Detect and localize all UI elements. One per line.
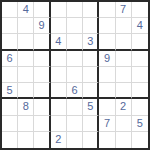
sudoku-cell-r5c9[interactable] xyxy=(132,67,148,83)
sudoku-cell-r7c1[interactable] xyxy=(2,99,18,115)
given-digit: 4 xyxy=(137,20,143,31)
sudoku-cell-r6c1[interactable]: 5 xyxy=(2,83,18,99)
sudoku-cell-r6c3[interactable] xyxy=(34,83,50,99)
sudoku-cell-r3c5[interactable] xyxy=(67,34,83,50)
sudoku-cell-r3c7[interactable] xyxy=(99,34,115,50)
sudoku-cell-r6c2[interactable] xyxy=(18,83,34,99)
sudoku-cell-r9c4[interactable]: 2 xyxy=(51,132,67,148)
sudoku-cell-r4c6[interactable] xyxy=(83,51,99,67)
sudoku-cell-r8c7[interactable]: 7 xyxy=(99,116,115,132)
sudoku-cell-r9c9[interactable] xyxy=(132,132,148,148)
sudoku-cell-r1c2[interactable]: 4 xyxy=(18,2,34,18)
sudoku-cell-r2c5[interactable] xyxy=(67,18,83,34)
given-digit: 7 xyxy=(104,118,110,129)
sudoku-cell-r5c3[interactable] xyxy=(34,67,50,83)
sudoku-cell-r5c8[interactable] xyxy=(116,67,132,83)
sudoku-cell-r5c5[interactable] xyxy=(67,67,83,83)
given-digit: 8 xyxy=(23,101,29,112)
sudoku-cell-r1c1[interactable] xyxy=(2,2,18,18)
sudoku-cell-r1c5[interactable] xyxy=(67,2,83,18)
sudoku-cell-r2c9[interactable]: 4 xyxy=(132,18,148,34)
sudoku-cell-r4c3[interactable] xyxy=(34,51,50,67)
sudoku-cell-r9c6[interactable] xyxy=(83,132,99,148)
given-digit: 5 xyxy=(137,118,143,129)
sudoku-cell-r7c7[interactable] xyxy=(99,99,115,115)
sudoku-cell-r9c5[interactable] xyxy=(67,132,83,148)
sudoku-cell-r6c4[interactable] xyxy=(51,83,67,99)
sudoku-cell-r3c1[interactable] xyxy=(2,34,18,50)
sudoku-cell-r1c3[interactable] xyxy=(34,2,50,18)
sudoku-cell-r7c2[interactable]: 8 xyxy=(18,99,34,115)
sudoku-cell-r3c4[interactable]: 4 xyxy=(51,34,67,50)
given-digit: 9 xyxy=(104,53,110,64)
sudoku-cell-r8c6[interactable] xyxy=(83,116,99,132)
sudoku-cell-r8c4[interactable] xyxy=(51,116,67,132)
given-digit: 3 xyxy=(87,36,93,47)
sudoku-cell-r5c4[interactable] xyxy=(51,67,67,83)
sudoku-cell-r4c9[interactable] xyxy=(132,51,148,67)
sudoku-board: 4794436956852752 xyxy=(0,0,150,150)
sudoku-cell-r5c2[interactable] xyxy=(18,67,34,83)
sudoku-cell-r8c8[interactable] xyxy=(116,116,132,132)
sudoku-cell-r8c9[interactable]: 5 xyxy=(132,116,148,132)
sudoku-cell-r1c4[interactable] xyxy=(51,2,67,18)
sudoku-cell-r9c3[interactable] xyxy=(34,132,50,148)
sudoku-cell-r3c3[interactable] xyxy=(34,34,50,50)
sudoku-cell-r7c5[interactable] xyxy=(67,99,83,115)
sudoku-cell-r9c7[interactable] xyxy=(99,132,115,148)
sudoku-cell-r8c5[interactable] xyxy=(67,116,83,132)
sudoku-cell-r6c6[interactable] xyxy=(83,83,99,99)
sudoku-cell-r6c5[interactable]: 6 xyxy=(67,83,83,99)
sudoku-cell-r9c1[interactable] xyxy=(2,132,18,148)
sudoku-cell-r1c7[interactable] xyxy=(99,2,115,18)
sudoku-cell-r2c4[interactable] xyxy=(51,18,67,34)
given-digit: 4 xyxy=(55,36,61,47)
sudoku-cell-r1c8[interactable]: 7 xyxy=(116,2,132,18)
sudoku-cell-r4c8[interactable] xyxy=(116,51,132,67)
sudoku-cell-r2c7[interactable] xyxy=(99,18,115,34)
sudoku-cell-r7c6[interactable]: 5 xyxy=(83,99,99,115)
sudoku-cell-r2c2[interactable] xyxy=(18,18,34,34)
sudoku-cell-r1c9[interactable] xyxy=(132,2,148,18)
sudoku-cell-r9c8[interactable] xyxy=(116,132,132,148)
sudoku-cell-r6c7[interactable] xyxy=(99,83,115,99)
given-digit: 9 xyxy=(38,20,44,31)
sudoku-cell-r6c8[interactable] xyxy=(116,83,132,99)
sudoku-cell-r3c9[interactable] xyxy=(132,34,148,50)
sudoku-cell-r4c4[interactable] xyxy=(51,51,67,67)
sudoku-cell-r3c2[interactable] xyxy=(18,34,34,50)
sudoku-cell-r1c6[interactable] xyxy=(83,2,99,18)
given-digit: 6 xyxy=(7,53,13,64)
given-digit: 5 xyxy=(87,101,93,112)
sudoku-cell-r4c5[interactable] xyxy=(67,51,83,67)
sudoku-cell-r4c2[interactable] xyxy=(18,51,34,67)
sudoku-cell-r5c6[interactable] xyxy=(83,67,99,83)
sudoku-cell-r8c3[interactable] xyxy=(34,116,50,132)
sudoku-cell-r3c8[interactable] xyxy=(116,34,132,50)
sudoku-cell-r2c3[interactable]: 9 xyxy=(34,18,50,34)
sudoku-cell-r2c6[interactable] xyxy=(83,18,99,34)
sudoku-cell-r3c6[interactable]: 3 xyxy=(83,34,99,50)
given-digit: 4 xyxy=(23,4,29,15)
sudoku-cell-r2c8[interactable] xyxy=(116,18,132,34)
given-digit: 2 xyxy=(120,101,126,112)
given-digit: 6 xyxy=(71,85,77,96)
sudoku-cell-r8c2[interactable] xyxy=(18,116,34,132)
sudoku-cell-r5c7[interactable] xyxy=(99,67,115,83)
given-digit: 7 xyxy=(120,4,126,15)
sudoku-cell-r4c7[interactable]: 9 xyxy=(99,51,115,67)
sudoku-cell-r7c3[interactable] xyxy=(34,99,50,115)
sudoku-cell-r7c9[interactable] xyxy=(132,99,148,115)
sudoku-cell-r7c8[interactable]: 2 xyxy=(116,99,132,115)
given-digit: 2 xyxy=(55,134,61,145)
sudoku-cell-r9c2[interactable] xyxy=(18,132,34,148)
given-digit: 5 xyxy=(7,85,13,96)
sudoku-cell-r4c1[interactable]: 6 xyxy=(2,51,18,67)
sudoku-cell-r6c9[interactable] xyxy=(132,83,148,99)
sudoku-cell-r2c1[interactable] xyxy=(2,18,18,34)
sudoku-cell-r5c1[interactable] xyxy=(2,67,18,83)
sudoku-cell-r7c4[interactable] xyxy=(51,99,67,115)
sudoku-cell-r8c1[interactable] xyxy=(2,116,18,132)
